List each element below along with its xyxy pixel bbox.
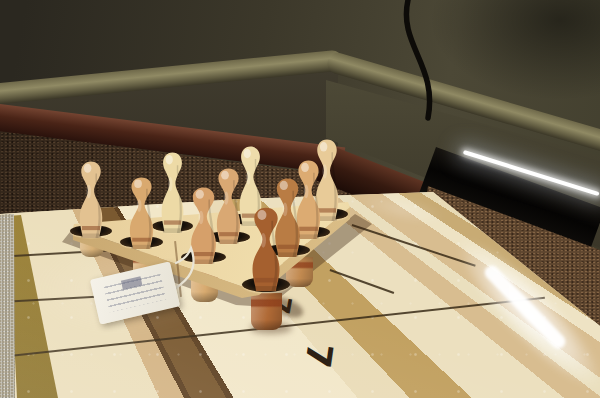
- bowling-pin-4-light-maple: [76, 160, 106, 238]
- tag-text-lines: [104, 274, 166, 312]
- bowling-pins-layer: [0, 0, 600, 398]
- photo-scene: 7 7: [0, 0, 600, 398]
- bowling-pin-3-pale-maple: [158, 151, 187, 233]
- bowling-pin-10-dark-cherry: [248, 206, 284, 291]
